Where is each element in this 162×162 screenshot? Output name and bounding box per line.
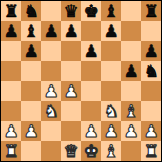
square-e8[interactable]: ♚ xyxy=(81,1,101,21)
square-d2[interactable] xyxy=(61,121,81,141)
white-king[interactable]: ♚ xyxy=(83,141,98,161)
square-g1[interactable] xyxy=(121,141,141,161)
black-rook[interactable]: ♜ xyxy=(143,1,158,21)
black-king[interactable]: ♚ xyxy=(83,1,98,21)
square-e3[interactable] xyxy=(81,101,101,121)
white-pawn[interactable]: ♟ xyxy=(123,121,138,141)
square-f7[interactable]: ♟ xyxy=(101,21,121,41)
black-queen[interactable]: ♛ xyxy=(63,1,78,21)
square-a5[interactable] xyxy=(1,61,21,81)
square-f8[interactable]: ♝ xyxy=(101,1,121,21)
chess-diagram: ♜♞♛♚♝♜♟♝♟♟♟♟♟♟♟♞♟♟♞♞♝♟♟♟♟♟♟♜♛♚♝♜ xyxy=(0,0,162,162)
square-c2[interactable] xyxy=(41,121,61,141)
square-h2[interactable]: ♟ xyxy=(141,121,161,141)
square-a4[interactable] xyxy=(1,81,21,101)
white-pawn[interactable]: ♟ xyxy=(83,121,98,141)
square-d1[interactable]: ♛ xyxy=(61,141,81,161)
white-pawn[interactable]: ♟ xyxy=(63,81,78,101)
square-c5[interactable] xyxy=(41,61,61,81)
white-knight[interactable]: ♞ xyxy=(103,101,118,121)
square-g7[interactable] xyxy=(121,21,141,41)
black-pawn[interactable]: ♟ xyxy=(63,21,78,41)
square-g5[interactable]: ♟ xyxy=(121,61,141,81)
black-pawn[interactable]: ♟ xyxy=(23,41,38,61)
white-pawn[interactable]: ♟ xyxy=(143,121,158,141)
white-bishop[interactable]: ♝ xyxy=(103,141,118,161)
square-f4[interactable] xyxy=(101,81,121,101)
square-d8[interactable]: ♛ xyxy=(61,1,81,21)
square-g2[interactable]: ♟ xyxy=(121,121,141,141)
white-rook[interactable]: ♜ xyxy=(3,141,18,161)
white-pawn[interactable]: ♟ xyxy=(3,121,18,141)
square-e6[interactable]: ♟ xyxy=(81,41,101,61)
square-g8[interactable] xyxy=(121,1,141,21)
black-rook[interactable]: ♜ xyxy=(3,1,18,21)
square-b3[interactable] xyxy=(21,101,41,121)
square-c6[interactable] xyxy=(41,41,61,61)
square-h1[interactable]: ♜ xyxy=(141,141,161,161)
white-knight[interactable]: ♞ xyxy=(43,101,58,121)
square-f6[interactable] xyxy=(101,41,121,61)
square-b6[interactable]: ♟ xyxy=(21,41,41,61)
square-g4[interactable] xyxy=(121,81,141,101)
square-c4[interactable]: ♟ xyxy=(41,81,61,101)
square-d6[interactable] xyxy=(61,41,81,61)
square-f5[interactable] xyxy=(101,61,121,81)
square-a3[interactable] xyxy=(1,101,21,121)
black-bishop[interactable]: ♝ xyxy=(23,21,38,41)
square-e5[interactable] xyxy=(81,61,101,81)
white-pawn[interactable]: ♟ xyxy=(43,81,58,101)
square-f2[interactable]: ♟ xyxy=(101,121,121,141)
square-h6[interactable]: ♟ xyxy=(141,41,161,61)
square-e7[interactable] xyxy=(81,21,101,41)
square-b7[interactable]: ♝ xyxy=(21,21,41,41)
square-c7[interactable]: ♟ xyxy=(41,21,61,41)
black-pawn[interactable]: ♟ xyxy=(83,41,98,61)
white-pawn[interactable]: ♟ xyxy=(23,121,38,141)
square-e4[interactable] xyxy=(81,81,101,101)
square-c8[interactable] xyxy=(41,1,61,21)
white-queen[interactable]: ♛ xyxy=(63,141,78,161)
white-rook[interactable]: ♜ xyxy=(143,141,158,161)
square-h8[interactable]: ♜ xyxy=(141,1,161,21)
square-h7[interactable] xyxy=(141,21,161,41)
square-e2[interactable]: ♟ xyxy=(81,121,101,141)
square-g3[interactable]: ♝ xyxy=(121,101,141,121)
black-pawn[interactable]: ♟ xyxy=(3,21,18,41)
square-a8[interactable]: ♜ xyxy=(1,1,21,21)
white-pawn[interactable]: ♟ xyxy=(103,121,118,141)
square-b2[interactable]: ♟ xyxy=(21,121,41,141)
square-e1[interactable]: ♚ xyxy=(81,141,101,161)
square-a6[interactable] xyxy=(1,41,21,61)
black-knight[interactable]: ♞ xyxy=(143,61,158,81)
chess-board: ♜♞♛♚♝♜♟♝♟♟♟♟♟♟♟♞♟♟♞♞♝♟♟♟♟♟♟♜♛♚♝♜ xyxy=(0,0,162,162)
square-d5[interactable] xyxy=(61,61,81,81)
square-f1[interactable]: ♝ xyxy=(101,141,121,161)
square-b1[interactable] xyxy=(21,141,41,161)
square-d7[interactable]: ♟ xyxy=(61,21,81,41)
black-knight[interactable]: ♞ xyxy=(23,1,38,21)
square-c3[interactable]: ♞ xyxy=(41,101,61,121)
square-a1[interactable]: ♜ xyxy=(1,141,21,161)
square-h5[interactable]: ♞ xyxy=(141,61,161,81)
square-b5[interactable] xyxy=(21,61,41,81)
black-pawn[interactable]: ♟ xyxy=(43,21,58,41)
black-bishop[interactable]: ♝ xyxy=(103,1,118,21)
square-g6[interactable] xyxy=(121,41,141,61)
square-d3[interactable] xyxy=(61,101,81,121)
square-d4[interactable]: ♟ xyxy=(61,81,81,101)
square-c1[interactable] xyxy=(41,141,61,161)
square-h3[interactable] xyxy=(141,101,161,121)
black-pawn[interactable]: ♟ xyxy=(103,21,118,41)
white-bishop[interactable]: ♝ xyxy=(123,101,138,121)
square-f3[interactable]: ♞ xyxy=(101,101,121,121)
square-h4[interactable] xyxy=(141,81,161,101)
square-b8[interactable]: ♞ xyxy=(21,1,41,21)
black-pawn[interactable]: ♟ xyxy=(123,61,138,81)
square-a7[interactable]: ♟ xyxy=(1,21,21,41)
square-a2[interactable]: ♟ xyxy=(1,121,21,141)
black-pawn[interactable]: ♟ xyxy=(143,41,158,61)
square-b4[interactable] xyxy=(21,81,41,101)
